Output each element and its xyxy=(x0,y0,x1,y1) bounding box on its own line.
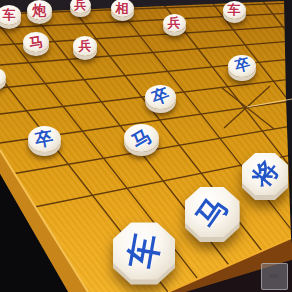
watermark-expand-button[interactable] xyxy=(261,263,288,290)
xiangqi-photo-scene: 车炮兵相兵车马兵卒卒马卒将马车 xyxy=(0,0,292,292)
board-graphic xyxy=(0,0,292,292)
